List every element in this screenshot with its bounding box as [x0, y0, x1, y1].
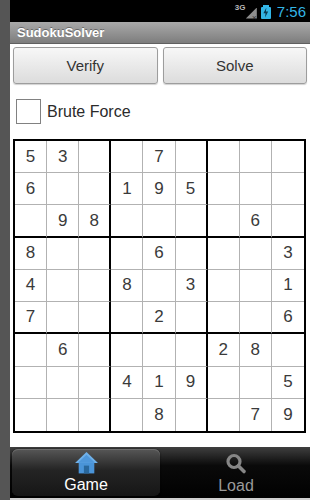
cell-r8c9[interactable]: 5 — [272, 367, 304, 399]
status-clock: 7:56 — [277, 3, 306, 20]
cell-r7c2[interactable]: 6 — [47, 334, 79, 366]
cell-r2c1[interactable]: 6 — [15, 173, 47, 205]
cell-r8c7[interactable] — [208, 367, 240, 399]
cell-r2c2[interactable] — [47, 173, 79, 205]
cell-r5c1[interactable]: 4 — [15, 270, 47, 302]
brute-force-label: Brute Force — [47, 103, 131, 121]
cell-r3c3[interactable]: 8 — [79, 205, 111, 237]
cell-r4c7[interactable] — [208, 238, 240, 270]
cell-r7c9[interactable] — [272, 334, 304, 366]
cell-r3c1[interactable] — [15, 205, 47, 237]
cell-r3c5[interactable] — [143, 205, 175, 237]
cell-r9c1[interactable] — [15, 399, 47, 431]
brute-force-option: Brute Force — [16, 99, 310, 124]
cell-r2c4[interactable]: 1 — [111, 173, 143, 205]
cell-r9c6[interactable] — [176, 399, 208, 431]
cell-r1c3[interactable] — [79, 141, 111, 173]
cell-r7c7[interactable]: 2 — [208, 334, 240, 366]
cell-r8c1[interactable] — [15, 367, 47, 399]
cell-r7c5[interactable] — [143, 334, 175, 366]
cell-r7c6[interactable] — [176, 334, 208, 366]
cell-r8c5[interactable]: 1 — [143, 367, 175, 399]
cell-r9c3[interactable] — [79, 399, 111, 431]
cell-r1c6[interactable] — [176, 141, 208, 173]
cell-r1c9[interactable] — [272, 141, 304, 173]
cell-r1c1[interactable]: 5 — [15, 141, 47, 173]
cell-r2c7[interactable] — [208, 173, 240, 205]
cell-r6c9[interactable]: 6 — [272, 302, 304, 334]
cell-r3c6[interactable] — [176, 205, 208, 237]
cell-r3c7[interactable] — [208, 205, 240, 237]
cell-r2c9[interactable] — [272, 173, 304, 205]
cell-r4c1[interactable]: 8 — [15, 238, 47, 270]
solve-button[interactable]: Solve — [163, 47, 308, 84]
cell-r4c4[interactable] — [111, 238, 143, 270]
app-screen: 3G ✕ 7:56 SudokuSolver Verify Solve Brut… — [10, 0, 310, 500]
cell-r4c8[interactable] — [240, 238, 272, 270]
cell-r6c1[interactable]: 7 — [15, 302, 47, 334]
cell-r6c2[interactable] — [47, 302, 79, 334]
cell-r3c4[interactable] — [111, 205, 143, 237]
cell-r9c4[interactable] — [111, 399, 143, 431]
cell-r6c5[interactable]: 2 — [143, 302, 175, 334]
cell-r2c5[interactable]: 9 — [143, 173, 175, 205]
tab-bar: Game Load — [10, 447, 310, 500]
verify-button[interactable]: Verify — [13, 47, 158, 84]
cell-r7c8[interactable]: 8 — [240, 334, 272, 366]
cell-r1c4[interactable] — [111, 141, 143, 173]
cell-r1c8[interactable] — [240, 141, 272, 173]
cell-r9c5[interactable]: 8 — [143, 399, 175, 431]
network-type-label: 3G — [235, 3, 246, 12]
brute-force-checkbox[interactable] — [16, 99, 41, 124]
cell-r7c4[interactable] — [111, 334, 143, 366]
tab-game-label: Game — [64, 476, 108, 494]
cell-r5c8[interactable] — [240, 270, 272, 302]
cell-r2c8[interactable] — [240, 173, 272, 205]
battery-charging-icon — [261, 5, 271, 19]
cell-r3c2[interactable]: 9 — [47, 205, 79, 237]
status-bar: 3G ✕ 7:56 — [10, 0, 310, 22]
cell-r3c9[interactable] — [272, 205, 304, 237]
cell-r3c8[interactable]: 6 — [240, 205, 272, 237]
cell-r5c7[interactable] — [208, 270, 240, 302]
search-icon — [224, 452, 248, 476]
cell-r1c2[interactable]: 3 — [47, 141, 79, 173]
cell-r7c3[interactable] — [79, 334, 111, 366]
cell-r1c7[interactable] — [208, 141, 240, 173]
cell-r2c6[interactable]: 5 — [176, 173, 208, 205]
toolbar: Verify Solve — [10, 44, 310, 84]
cell-r5c3[interactable] — [79, 270, 111, 302]
home-icon — [74, 451, 99, 475]
cell-r6c7[interactable] — [208, 302, 240, 334]
cell-r8c2[interactable] — [47, 367, 79, 399]
cell-r5c4[interactable]: 8 — [111, 270, 143, 302]
cell-r5c5[interactable] — [143, 270, 175, 302]
cell-r8c6[interactable]: 9 — [176, 367, 208, 399]
cell-r6c8[interactable] — [240, 302, 272, 334]
cell-r8c8[interactable] — [240, 367, 272, 399]
title-bar: SudokuSolver — [10, 22, 310, 44]
cell-r9c7[interactable] — [208, 399, 240, 431]
app-title: SudokuSolver — [17, 25, 104, 40]
cell-r8c3[interactable] — [79, 367, 111, 399]
cell-r2c3[interactable] — [79, 173, 111, 205]
cell-r4c9[interactable]: 3 — [272, 238, 304, 270]
sudoku-board: 537619598686348317266284195879 — [13, 139, 306, 433]
tab-load-label: Load — [218, 477, 254, 495]
cell-r6c3[interactable] — [79, 302, 111, 334]
cell-r1c5[interactable]: 7 — [143, 141, 175, 173]
tab-load[interactable]: Load — [162, 447, 310, 500]
cell-r4c5[interactable]: 6 — [143, 238, 175, 270]
cell-r7c1[interactable] — [15, 334, 47, 366]
cell-r9c2[interactable] — [47, 399, 79, 431]
cell-r4c2[interactable] — [47, 238, 79, 270]
cell-r8c4[interactable]: 4 — [111, 367, 143, 399]
signal-strength-icon: 3G ✕ — [235, 3, 257, 20]
cell-r5c9[interactable]: 1 — [272, 270, 304, 302]
cell-r6c4[interactable] — [111, 302, 143, 334]
no-data-x-icon: ✕ — [252, 14, 257, 21]
cell-r4c6[interactable] — [176, 238, 208, 270]
cell-r9c8[interactable]: 7 — [240, 399, 272, 431]
cell-r6c6[interactable] — [176, 302, 208, 334]
tab-game[interactable]: Game — [12, 449, 160, 496]
cell-r9c9[interactable]: 9 — [272, 399, 304, 431]
cell-r5c2[interactable] — [47, 270, 79, 302]
cell-r5c6[interactable]: 3 — [176, 270, 208, 302]
cell-r4c3[interactable] — [79, 238, 111, 270]
